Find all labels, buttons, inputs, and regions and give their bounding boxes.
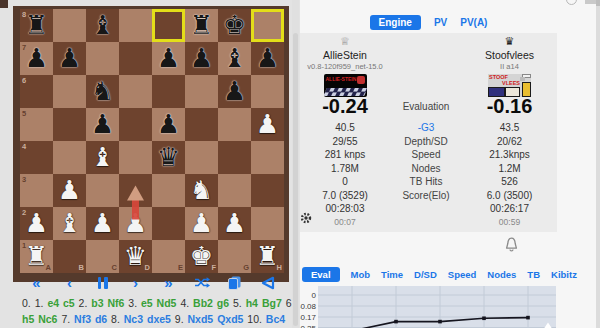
square-a7: 7♟	[20, 42, 53, 75]
stat-label: Speed	[390, 149, 462, 160]
pause-button[interactable]	[86, 274, 119, 291]
square-e2	[152, 207, 185, 240]
step-forward-button[interactable]: ›	[119, 274, 152, 291]
jump-end-button[interactable]: »	[152, 274, 185, 291]
shuffle-button[interactable]	[185, 274, 218, 291]
graph-tab-speed[interactable]: Speed	[448, 269, 477, 280]
move-token-Nf6[interactable]: Nf6	[107, 297, 124, 309]
square-h5: ♟	[251, 108, 284, 141]
eval-graph[interactable]: 0-0.08-0.17-0.25	[300, 286, 558, 328]
white-pawn-b3: ♟	[53, 174, 86, 207]
stat-row-7: 00:0700:59	[300, 216, 557, 230]
square-h1: H♜	[251, 240, 284, 273]
square-a4: 4	[20, 141, 53, 174]
square-d5	[119, 108, 152, 141]
stat-black-value: 6.0 (3500)	[462, 190, 557, 201]
move-token-h4[interactable]: h4	[246, 297, 258, 309]
square-c7	[86, 42, 119, 75]
square-f5	[185, 108, 218, 141]
move-list: 0. 1. e4 c5 2. b3 Nf6 3. e5 Nd5 4. Bb2 g…	[22, 296, 296, 328]
move-token-10: 10.	[247, 313, 262, 325]
square-g8: ♚	[218, 9, 251, 42]
corner-fragment	[0, 0, 8, 8]
graph-tab-dsd[interactable]: D/SD	[414, 269, 437, 280]
move-token-h5[interactable]: h5	[22, 313, 34, 325]
rank-label-1: 1	[22, 241, 26, 250]
move-token-3: 3.	[128, 297, 137, 309]
white-bishop-b2: ♝	[53, 207, 86, 240]
square-h6	[251, 75, 284, 108]
graph-tab-nodes[interactable]: Nodes	[487, 269, 516, 280]
black-king-g8: ♚	[218, 9, 251, 42]
black-crown-icon: ♛	[462, 35, 557, 48]
move-token-e5[interactable]: e5	[141, 297, 153, 309]
square-b2: ♝	[53, 207, 86, 240]
white-knight-f3: ♞	[185, 174, 218, 207]
square-b4	[53, 141, 86, 174]
square-h8	[251, 9, 284, 42]
stat-white-value: 1.78M	[300, 163, 390, 174]
move-token-Nc3[interactable]: Nc3	[124, 313, 143, 325]
graph-tab-time[interactable]: Time	[381, 269, 403, 280]
graph-tab-kibitz[interactable]: Kibitz	[551, 269, 577, 280]
settings-gear-icon[interactable]	[300, 212, 312, 224]
square-a3: 3	[20, 174, 53, 207]
black-rook-f8: ♜	[185, 9, 218, 42]
white-engine-name: AllieStein	[300, 49, 390, 61]
black-knight-c6: ♞	[86, 75, 119, 108]
board-pane-scrollbar[interactable]	[292, 0, 299, 328]
black-bishop-c8: ♝	[86, 9, 119, 42]
white-pawn-g2: ♟	[218, 207, 251, 240]
square-d1: D♛	[119, 240, 152, 273]
square-g7: ♝	[218, 42, 251, 75]
stat-white-value: 281 knps	[300, 149, 390, 160]
white-bishop-c4: ♝	[86, 141, 119, 174]
rank-label-8: 8	[22, 10, 26, 19]
stat-black-value: 43.5	[462, 122, 557, 133]
move-token-2: 2.	[79, 297, 88, 309]
playback-controls: «‹›»	[20, 274, 284, 291]
stat-row-6: 00:28:0300:26:17	[300, 202, 557, 216]
square-h4	[251, 141, 284, 174]
square-a2: 2♟	[20, 207, 53, 240]
square-f8: ♜	[185, 9, 218, 42]
graph-tab-eval[interactable]: Eval	[302, 267, 340, 282]
jump-start-button[interactable]: «	[20, 274, 53, 291]
stat-row-1: 29/55Depth/SD20/62	[300, 135, 557, 149]
chess-board: 8♜♝♜♚7♟♟♟♟♝♟6♞♟5♟♟♟4♝♛3♟♞2♟♝♟♟♟♟1A♜BCD♛E…	[13, 6, 289, 282]
move-token-Bc4[interactable]: Bc4	[266, 313, 285, 325]
move-token-8: 8.	[111, 313, 120, 325]
square-e6	[152, 75, 185, 108]
tab-pv[interactable]: PV	[434, 17, 447, 28]
file-label-g: G	[243, 263, 249, 272]
black-pawn-e5: ♟	[152, 108, 185, 141]
rank-label-7: 7	[22, 43, 26, 52]
white-pawn-f2: ♟	[185, 207, 218, 240]
stat-black-value: 526	[462, 176, 557, 187]
square-a1: 1A♜	[20, 240, 53, 273]
black-pawn-f7: ♟	[185, 42, 218, 75]
file-label-d: D	[145, 263, 150, 272]
white-pawn-h5: ♟	[251, 108, 284, 141]
square-e5: ♟	[152, 108, 185, 141]
move-token-7: 7.	[61, 313, 70, 325]
square-d3	[119, 174, 152, 207]
square-a8: 8♜	[20, 9, 53, 42]
move-token-c5[interactable]: c5	[63, 297, 75, 309]
black-pawn-h7: ♟	[251, 42, 284, 75]
square-c8: ♝	[86, 9, 119, 42]
stat-black-value: 21.3knps	[462, 149, 557, 160]
white-pawn-c2: ♟	[86, 207, 119, 240]
stat-label: Score(Elo)	[390, 190, 462, 201]
stat-white-value: 40.5	[300, 122, 390, 133]
move-token-5: 5.	[233, 297, 242, 309]
graph-tab-bar: EvalMobTimeD/SDSpeedNodesTBKibitz	[300, 266, 558, 282]
move-token-0: 0.	[22, 297, 31, 309]
graph-tab-mob[interactable]: Mob	[351, 269, 371, 280]
move-token-Nd5[interactable]: Nd5	[157, 297, 177, 309]
square-b3: ♟	[53, 174, 86, 207]
square-e3	[152, 174, 185, 207]
tab-engine[interactable]: Engine	[370, 15, 421, 30]
file-label-h: H	[277, 263, 282, 272]
rank-label-3: 3	[22, 175, 26, 184]
stat-row-0: 40.5-G343.5	[300, 121, 557, 135]
file-label-c: C	[112, 263, 117, 272]
square-b6	[53, 75, 86, 108]
tab-pva[interactable]: PV(A)	[460, 17, 487, 28]
black-engine-version: II a14	[462, 62, 557, 71]
move-token-g6[interactable]: g6	[217, 297, 229, 309]
square-c1: C	[86, 240, 119, 273]
square-g4	[218, 141, 251, 174]
window-chrome-fragment	[566, 0, 577, 5]
file-label-e: E	[178, 263, 183, 272]
square-b8	[53, 9, 86, 42]
black-pawn-e7: ♟	[152, 42, 185, 75]
square-f4	[185, 141, 218, 174]
move-token-4: 4.	[180, 297, 189, 309]
engine-pane: EnginePVPV(A) ♕ AllieStein v0.8-120f959_…	[300, 0, 600, 328]
white-crown-icon: ♕	[300, 35, 390, 48]
move-token-e4[interactable]: e4	[47, 297, 59, 309]
rank-label-2: 2	[22, 208, 26, 217]
board-pane: 8♜♝♜♚7♟♟♟♟♝♟6♞♟5♟♟♟4♝♛3♟♞2♟♝♟♟♟♟1A♜BCD♛E…	[0, 0, 300, 328]
move-token-Bg7[interactable]: Bg7	[262, 297, 282, 309]
stat-label: Nodes	[390, 163, 462, 174]
notification-bell-icon[interactable]	[503, 236, 520, 253]
square-g3	[218, 174, 251, 207]
square-c4: ♝	[86, 141, 119, 174]
move-token-Qxd5[interactable]: Qxd5	[217, 313, 243, 325]
rank-label-6: 6	[22, 76, 26, 85]
black-queen-e4: ♛	[152, 141, 185, 174]
evaluation-label: Evaluation	[390, 101, 462, 112]
black-pawn-c5: ♟	[86, 108, 119, 141]
rank-label-4: 4	[22, 142, 26, 151]
square-c2: ♟	[86, 207, 119, 240]
rank-label-5: 5	[22, 109, 26, 118]
square-c5: ♟	[86, 108, 119, 141]
square-e7: ♟	[152, 42, 185, 75]
square-g6: ♟	[218, 75, 251, 108]
square-g2: ♟	[218, 207, 251, 240]
copy-button[interactable]	[218, 274, 251, 291]
move-token-9: 9.	[175, 313, 184, 325]
stat-row-3: 1.78MNodes1.2M	[300, 162, 557, 176]
file-label-a: A	[46, 263, 51, 272]
square-f7: ♟	[185, 42, 218, 75]
svg-text:-0.17: -0.17	[300, 313, 317, 322]
square-d4	[119, 141, 152, 174]
square-d2: ♟	[119, 207, 152, 240]
stat-row-4: 0TB Hits526	[300, 175, 557, 189]
square-f1: F♚	[185, 240, 218, 273]
square-a6: 6	[20, 75, 53, 108]
square-d8	[119, 9, 152, 42]
svg-text:-0.08: -0.08	[300, 302, 317, 311]
square-b1: B	[53, 240, 86, 273]
square-h2	[251, 207, 284, 240]
square-e1: E	[152, 240, 185, 273]
stat-black-value: 00:59	[462, 217, 557, 227]
black-pawn-g6: ♟	[218, 75, 251, 108]
black-evaluation: -0.16	[462, 95, 557, 118]
engine-stats-panel: ♕ AllieStein v0.8-120f959_net-15.0 ALLIE…	[300, 33, 557, 232]
stat-white-value: 00:28:03	[300, 203, 390, 214]
svg-text:-0.25: -0.25	[300, 324, 317, 328]
flip-board-button[interactable]	[251, 274, 284, 291]
black-bishop-g7: ♝	[218, 42, 251, 75]
stat-white-value: 29/55	[300, 136, 390, 147]
black-engine-block: ♛ Stoofvlees II a14 STOOF VLEES	[462, 35, 557, 97]
square-h3	[251, 174, 284, 207]
stat-label: Depth/SD	[390, 136, 462, 147]
square-h7: ♟	[251, 42, 284, 75]
square-f3: ♞	[185, 174, 218, 207]
white-evaluation: -0.24	[300, 95, 390, 118]
black-engine-name: Stoofvlees	[462, 49, 557, 61]
move-token-Nc6[interactable]: Nc6	[38, 313, 57, 325]
square-d6	[119, 75, 152, 108]
stat-white-value: 7.0 (3529)	[300, 190, 390, 201]
black-pawn-b7: ♟	[53, 42, 86, 75]
stat-white-value: 00:07	[300, 217, 390, 227]
square-d7	[119, 42, 152, 75]
graph-tab-tb[interactable]: TB	[527, 269, 540, 280]
white-engine-version: v0.8-120f959_net-15.0	[300, 62, 390, 71]
square-e8	[152, 9, 185, 42]
square-f2: ♟	[185, 207, 218, 240]
file-label-f: F	[211, 263, 216, 272]
stat-black-value: 00:26:17	[462, 203, 557, 214]
move-token-b3[interactable]: b3	[91, 297, 103, 309]
move-token-Nf3[interactable]: Nf3	[74, 313, 91, 325]
square-c3	[86, 174, 119, 207]
svg-text:0: 0	[312, 291, 317, 300]
move-token-Nxd5[interactable]: Nxd5	[188, 313, 214, 325]
stat-row-2: 281 knpsSpeed21.3knps	[300, 148, 557, 162]
stat-label[interactable]: -G3	[390, 122, 462, 133]
white-pawn-d2: ♟	[119, 207, 152, 240]
move-token-Bb2[interactable]: Bb2	[193, 297, 213, 309]
stat-black-value: 20/62	[462, 136, 557, 147]
square-c6: ♞	[86, 75, 119, 108]
square-b5	[53, 108, 86, 141]
square-g5	[218, 108, 251, 141]
move-token-dxe5[interactable]: dxe5	[147, 313, 171, 325]
stat-label: TB Hits	[390, 176, 462, 187]
move-token-1: 1.	[35, 297, 44, 309]
page-scrollbar[interactable]	[596, 0, 600, 328]
step-back-button[interactable]: ‹	[53, 274, 86, 291]
square-a5: 5	[20, 108, 53, 141]
engine-tab-bar: EnginePVPV(A)	[300, 13, 557, 31]
square-e4: ♛	[152, 141, 185, 174]
white-engine-block: ♕ AllieStein v0.8-120f959_net-15.0 ALLIE…	[300, 35, 390, 97]
file-label-b: B	[79, 263, 84, 272]
move-token-d6[interactable]: d6	[95, 313, 107, 325]
stat-white-value: 0	[300, 176, 390, 187]
stat-row-5: 7.0 (3529)Score(Elo)6.0 (3500)	[300, 189, 557, 203]
square-f6	[185, 75, 218, 108]
square-g1: G	[218, 240, 251, 273]
square-b7: ♟	[53, 42, 86, 75]
stat-black-value: 1.2M	[462, 163, 557, 174]
